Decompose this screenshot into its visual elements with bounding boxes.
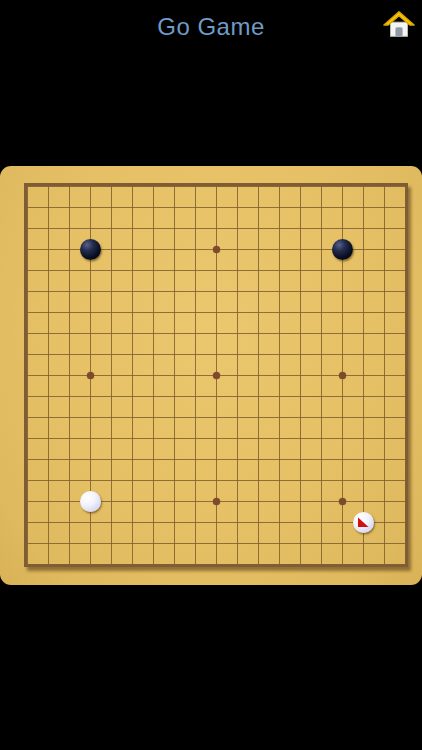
black-stone[interactable] bbox=[332, 239, 353, 260]
page-title: Go Game bbox=[0, 13, 422, 41]
goban[interactable] bbox=[0, 166, 422, 585]
home-icon bbox=[383, 9, 415, 41]
black-stone[interactable] bbox=[80, 239, 101, 260]
go-game-screen: Go Game bbox=[0, 0, 422, 750]
stones-layer[interactable] bbox=[17, 176, 416, 575]
home-button[interactable] bbox=[383, 9, 415, 41]
white-stone[interactable] bbox=[80, 491, 101, 512]
last-move-marker bbox=[358, 517, 369, 527]
white-stone[interactable] bbox=[353, 512, 374, 533]
header: Go Game bbox=[0, 0, 422, 56]
